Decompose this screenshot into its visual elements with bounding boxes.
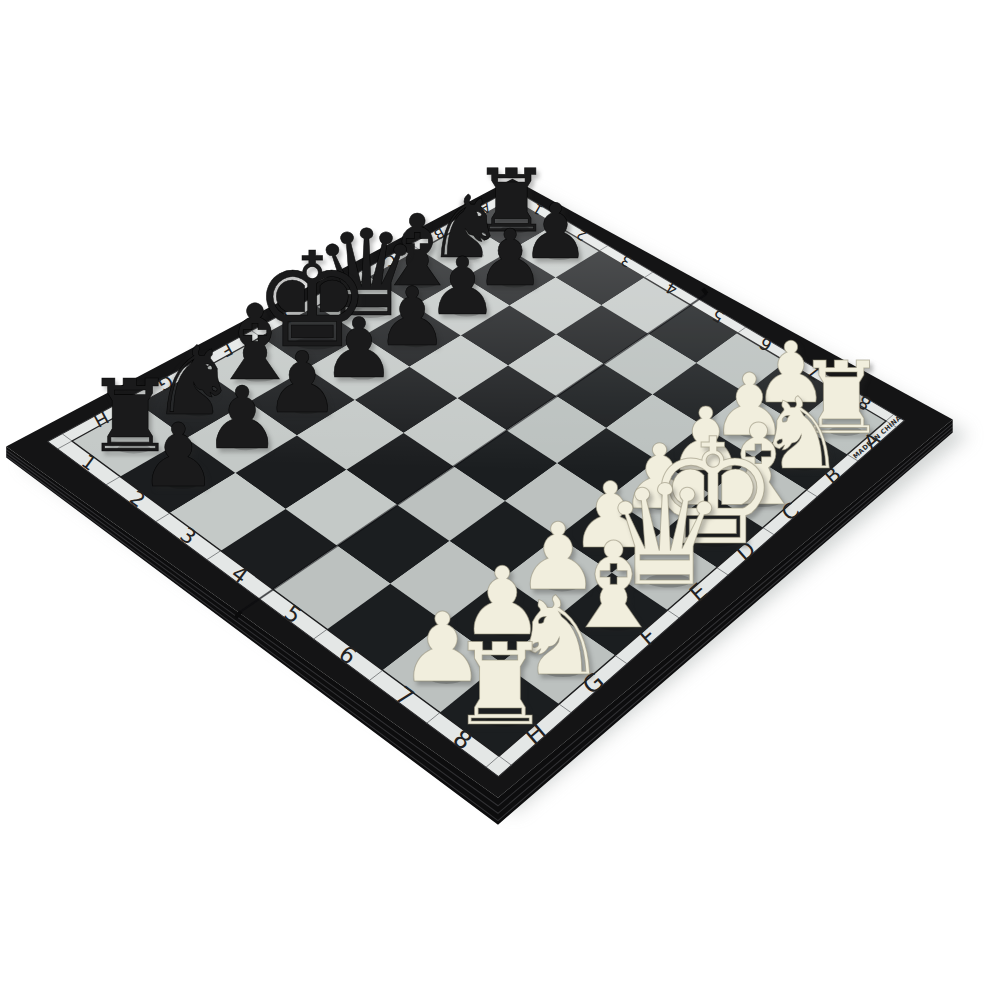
piece-white-rook-h8[interactable]: ♜ [449, 619, 551, 751]
chessboard-photo: AA11BB22CC33DD44EE55FF66GG77HH88MADE IN … [0, 0, 1000, 1000]
photo-backdrop: AA11BB22CC33DD44EE55FF66GG77HH88MADE IN … [0, 0, 1000, 1000]
piece-black-pawn-h2[interactable]: ♟ [139, 405, 218, 507]
